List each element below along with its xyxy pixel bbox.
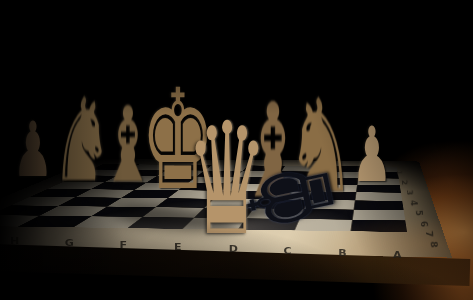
white-queen-d5: ♛ xyxy=(185,102,268,257)
chess-photo-stage: HGFEDCBA87654321 ♟ ♞ ♝ ♚ ♛ ♝ ♞ ♟ ♚ xyxy=(0,0,473,300)
square xyxy=(351,220,407,232)
white-pawn-h1: ♟ xyxy=(13,112,54,188)
white-pawn-a1: ♟ xyxy=(352,117,393,193)
